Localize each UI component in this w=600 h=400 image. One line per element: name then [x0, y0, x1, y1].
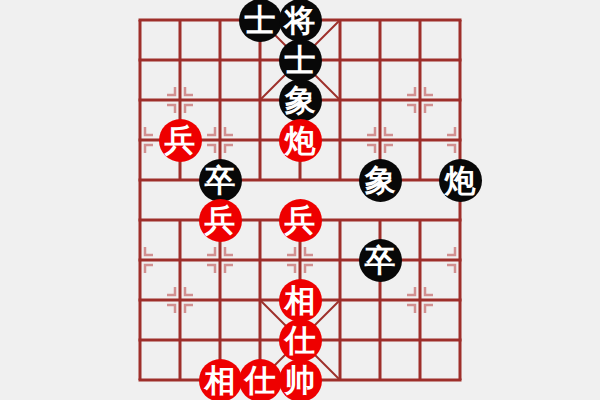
piece-red-general[interactable]: 帅	[279, 359, 322, 400]
piece-black-advisor[interactable]: 士	[239, 0, 282, 42]
piece-red-elephant[interactable]: 相	[279, 279, 322, 322]
piece-red-advisor[interactable]: 仕	[239, 359, 282, 400]
piece-black-elephant[interactable]: 象	[359, 159, 402, 202]
xiangqi-board[interactable]: 士将士象兵炮卒象炮兵兵卒相仕相仕帅	[0, 0, 600, 400]
piece-red-cannon[interactable]: 炮	[279, 119, 322, 162]
piece-black-elephant[interactable]: 象	[279, 79, 322, 122]
piece-red-advisor[interactable]: 仕	[279, 319, 322, 362]
piece-black-soldier[interactable]: 卒	[359, 239, 402, 282]
piece-black-general[interactable]: 将	[279, 0, 322, 42]
piece-red-soldier[interactable]: 兵	[159, 119, 202, 162]
piece-black-advisor[interactable]: 士	[279, 39, 322, 82]
piece-black-soldier[interactable]: 卒	[199, 159, 242, 202]
piece-red-soldier[interactable]: 兵	[279, 199, 322, 242]
piece-red-elephant[interactable]: 相	[199, 359, 242, 400]
piece-black-cannon[interactable]: 炮	[439, 159, 482, 202]
piece-red-soldier[interactable]: 兵	[199, 199, 242, 242]
